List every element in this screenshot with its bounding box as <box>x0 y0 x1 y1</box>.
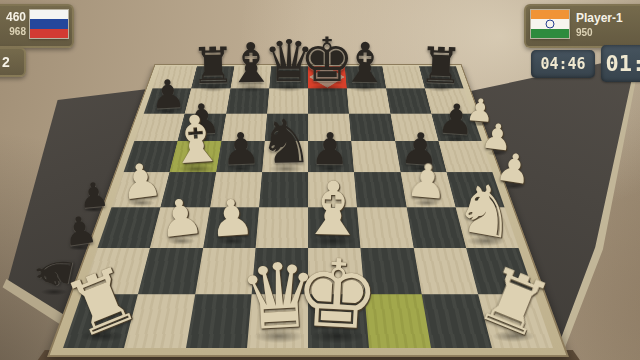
piece-black-r-h8[interactable]: ♜ <box>418 41 464 92</box>
opponent-chip: 2 <box>0 47 26 77</box>
black-clock-active: 01:1 <box>601 45 640 82</box>
player-name: Player-1 <box>576 11 640 25</box>
russia-flag-icon <box>30 10 68 38</box>
piece-black-p-h6[interactable]: ♟ <box>436 99 476 143</box>
opponent-secondary: 968 <box>2 26 26 37</box>
piece-black-b-f8[interactable]: ♝ <box>340 36 390 92</box>
piece-white-b-b5[interactable]: ♝ <box>165 106 228 175</box>
piece-white-p-c3[interactable]: ♟ <box>208 193 256 246</box>
white-clock: 04:46 <box>531 50 595 78</box>
piece-white-n-h3[interactable]: ♞ <box>450 172 522 250</box>
opponent-badge[interactable]: 460 968 <box>0 4 74 48</box>
captured-black-pawn[interactable]: ♟ <box>60 210 99 252</box>
piece-black-n-d5[interactable]: ♞ <box>258 111 313 172</box>
player-rating: 950 <box>576 27 640 38</box>
piece-white-p-g4[interactable]: ♟ <box>404 157 450 207</box>
piece-black-p-c5[interactable]: ♟ <box>220 127 261 172</box>
square-f6[interactable] <box>349 113 395 141</box>
opponent-chip-value: 2 <box>2 54 22 70</box>
india-flag-icon <box>531 10 569 38</box>
piece-white-k-e1[interactable]: ♚ <box>293 246 382 344</box>
player-badge[interactable]: Player-1 950 <box>524 4 640 48</box>
game-screen: ♜♝♛♚♝♜♟♟♟♝♟♞♟♟♟♟♟♟♝♞♜♛♚♜♟♟♞♟♟♟ 460 968 2… <box>0 0 640 360</box>
ashoka-chakra-icon <box>546 19 555 28</box>
piece-white-p-b3[interactable]: ♟ <box>156 192 206 247</box>
piece-white-b-e3[interactable]: ♝ <box>300 171 367 246</box>
square-b2[interactable] <box>138 248 203 294</box>
opponent-rating: 460 <box>2 10 26 24</box>
